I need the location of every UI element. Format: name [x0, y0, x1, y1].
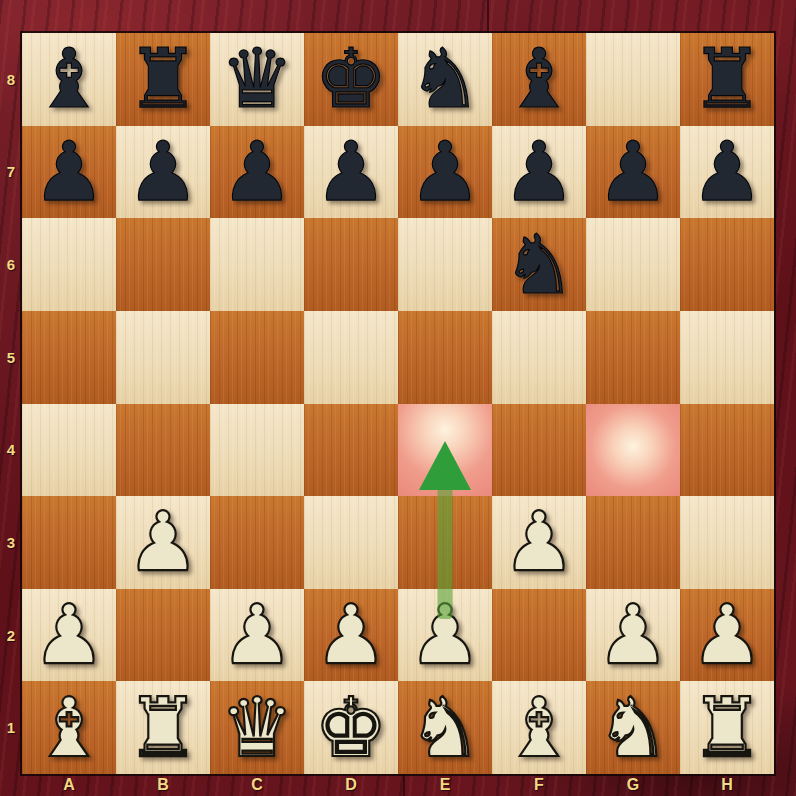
piece-black-pawn[interactable]: ♟	[220, 131, 294, 213]
square-c3[interactable]	[210, 496, 304, 589]
square-e8[interactable]: ♞	[398, 33, 492, 126]
square-e7[interactable]: ♟	[398, 126, 492, 219]
square-a6[interactable]	[22, 218, 116, 311]
square-e5[interactable]	[398, 311, 492, 404]
square-d8[interactable]: ♚	[304, 33, 398, 126]
piece-white-pawn[interactable]: ♟	[220, 594, 294, 676]
piece-black-king[interactable]: ♚	[314, 38, 388, 120]
square-a7[interactable]: ♟	[22, 126, 116, 219]
square-b3[interactable]: ♟	[116, 496, 210, 589]
piece-black-knight[interactable]: ♞	[408, 38, 482, 120]
square-f3[interactable]: ♟	[492, 496, 586, 589]
piece-white-queen[interactable]: ♛	[220, 687, 294, 769]
piece-white-bishop[interactable]: ♝	[32, 687, 106, 769]
rank-label-4: 4	[0, 404, 22, 497]
piece-black-pawn[interactable]: ♟	[126, 131, 200, 213]
square-f1[interactable]: ♝	[492, 681, 586, 774]
piece-white-pawn[interactable]: ♟	[314, 594, 388, 676]
piece-black-pawn[interactable]: ♟	[408, 131, 482, 213]
square-f8[interactable]: ♝	[492, 33, 586, 126]
square-g1[interactable]: ♞	[586, 681, 680, 774]
square-c6[interactable]	[210, 218, 304, 311]
square-a3[interactable]	[22, 496, 116, 589]
piece-white-pawn[interactable]: ♟	[690, 594, 764, 676]
piece-white-rook[interactable]: ♜	[690, 687, 764, 769]
piece-black-pawn[interactable]: ♟	[32, 131, 106, 213]
piece-white-pawn[interactable]: ♟	[32, 594, 106, 676]
square-g5[interactable]	[586, 311, 680, 404]
square-f4[interactable]	[492, 404, 586, 497]
square-a8[interactable]: ♝	[22, 33, 116, 126]
square-g2[interactable]: ♟	[586, 589, 680, 682]
piece-white-knight[interactable]: ♞	[596, 687, 670, 769]
square-c2[interactable]: ♟	[210, 589, 304, 682]
square-b4[interactable]	[116, 404, 210, 497]
square-f2[interactable]	[492, 589, 586, 682]
square-g7[interactable]: ♟	[586, 126, 680, 219]
piece-white-king[interactable]: ♚	[314, 687, 388, 769]
square-g6[interactable]	[586, 218, 680, 311]
file-label-b: B	[116, 773, 210, 796]
square-d3[interactable]	[304, 496, 398, 589]
square-a4[interactable]	[22, 404, 116, 497]
square-h1[interactable]: ♜	[680, 681, 774, 774]
piece-black-pawn[interactable]: ♟	[596, 131, 670, 213]
border-seam-top	[487, 0, 489, 33]
rank-labels: 87654321	[0, 33, 22, 774]
piece-black-pawn[interactable]: ♟	[502, 131, 576, 213]
square-f5[interactable]	[492, 311, 586, 404]
piece-white-knight[interactable]: ♞	[408, 687, 482, 769]
file-label-c: C	[210, 773, 304, 796]
square-a2[interactable]: ♟	[22, 589, 116, 682]
file-label-f: F	[492, 773, 586, 796]
square-c5[interactable]	[210, 311, 304, 404]
piece-black-rook[interactable]: ♜	[126, 38, 200, 120]
square-h8[interactable]: ♜	[680, 33, 774, 126]
piece-black-queen[interactable]: ♛	[220, 38, 294, 120]
square-b7[interactable]: ♟	[116, 126, 210, 219]
board-frame: 87654321 ABCDEFGH ♝♜♛♚♞♝♜♟♟♟♟♟♟♟♟♞♟♟♟♟♟♟…	[0, 0, 796, 796]
piece-black-bishop[interactable]: ♝	[502, 38, 576, 120]
square-h6[interactable]	[680, 218, 774, 311]
piece-black-knight[interactable]: ♞	[502, 224, 576, 306]
square-c8[interactable]: ♛	[210, 33, 304, 126]
piece-white-pawn[interactable]: ♟	[502, 501, 576, 583]
rank-label-1: 1	[0, 681, 22, 774]
square-c1[interactable]: ♛	[210, 681, 304, 774]
rank-label-6: 6	[0, 218, 22, 311]
piece-white-pawn[interactable]: ♟	[596, 594, 670, 676]
square-e4[interactable]	[398, 404, 492, 497]
file-labels: ABCDEFGH	[22, 773, 774, 796]
square-a1[interactable]: ♝	[22, 681, 116, 774]
board: ♝♜♛♚♞♝♜♟♟♟♟♟♟♟♟♞♟♟♟♟♟♟♟♟♝♜♛♚♞♝♞♜	[22, 33, 774, 774]
piece-white-bishop[interactable]: ♝	[502, 687, 576, 769]
rank-label-3: 3	[0, 496, 22, 589]
rank-label-2: 2	[0, 589, 22, 682]
square-h7[interactable]: ♟	[680, 126, 774, 219]
square-d5[interactable]	[304, 311, 398, 404]
square-h3[interactable]	[680, 496, 774, 589]
square-d6[interactable]	[304, 218, 398, 311]
square-g3[interactable]	[586, 496, 680, 589]
square-b2[interactable]	[116, 589, 210, 682]
square-h5[interactable]	[680, 311, 774, 404]
file-label-h: H	[680, 773, 774, 796]
board-area: ♝♜♛♚♞♝♜♟♟♟♟♟♟♟♟♞♟♟♟♟♟♟♟♟♝♜♛♚♞♝♞♜	[22, 33, 774, 774]
file-label-g: G	[586, 773, 680, 796]
square-d7[interactable]: ♟	[304, 126, 398, 219]
piece-black-pawn[interactable]: ♟	[314, 131, 388, 213]
square-e3[interactable]	[398, 496, 492, 589]
rank-label-7: 7	[0, 126, 22, 219]
square-e2[interactable]: ♟	[398, 589, 492, 682]
square-h4[interactable]	[680, 404, 774, 497]
rank-label-8: 8	[0, 33, 22, 126]
square-g4[interactable]	[586, 404, 680, 497]
rank-label-5: 5	[0, 311, 22, 404]
piece-white-pawn[interactable]: ♟	[408, 594, 482, 676]
square-d1[interactable]: ♚	[304, 681, 398, 774]
piece-black-pawn[interactable]: ♟	[690, 131, 764, 213]
piece-white-pawn[interactable]: ♟	[126, 501, 200, 583]
square-e6[interactable]	[398, 218, 492, 311]
square-d4[interactable]	[304, 404, 398, 497]
square-a5[interactable]	[22, 311, 116, 404]
file-label-a: A	[22, 773, 116, 796]
square-b8[interactable]: ♜	[116, 33, 210, 126]
square-f6[interactable]: ♞	[492, 218, 586, 311]
file-label-d: D	[304, 773, 398, 796]
square-c7[interactable]: ♟	[210, 126, 304, 219]
square-b6[interactable]	[116, 218, 210, 311]
piece-black-rook[interactable]: ♜	[690, 38, 764, 120]
square-d2[interactable]: ♟	[304, 589, 398, 682]
square-f7[interactable]: ♟	[492, 126, 586, 219]
square-h2[interactable]: ♟	[680, 589, 774, 682]
square-b5[interactable]	[116, 311, 210, 404]
piece-white-rook[interactable]: ♜	[126, 687, 200, 769]
square-g8[interactable]	[586, 33, 680, 126]
piece-black-bishop[interactable]: ♝	[32, 38, 106, 120]
square-b1[interactable]: ♜	[116, 681, 210, 774]
square-c4[interactable]	[210, 404, 304, 497]
file-label-e: E	[398, 773, 492, 796]
square-e1[interactable]: ♞	[398, 681, 492, 774]
